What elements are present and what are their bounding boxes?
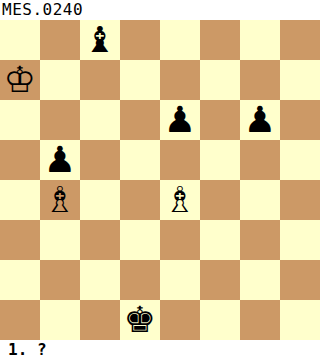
square-h4[interactable] xyxy=(280,180,320,220)
square-g7[interactable] xyxy=(240,60,280,100)
square-c4[interactable] xyxy=(80,180,120,220)
square-f6[interactable] xyxy=(200,100,240,140)
square-h2[interactable] xyxy=(280,260,320,300)
square-f4[interactable] xyxy=(200,180,240,220)
square-h6[interactable] xyxy=(280,100,320,140)
square-d8[interactable] xyxy=(120,20,160,60)
square-c7[interactable] xyxy=(80,60,120,100)
square-a6[interactable] xyxy=(0,100,40,140)
square-d7[interactable] xyxy=(120,60,160,100)
black-pawn: ♟ xyxy=(44,140,76,180)
square-g4[interactable] xyxy=(240,180,280,220)
square-c1[interactable] xyxy=(80,300,120,340)
white-bishop: ♗ xyxy=(164,180,196,220)
square-e1[interactable] xyxy=(160,300,200,340)
white-king: ♔ xyxy=(4,60,36,100)
puzzle-title-bar: MES.0240 xyxy=(0,0,320,20)
move-prompt-bar: 1. ? xyxy=(0,340,320,360)
square-a7[interactable]: ♔ xyxy=(0,60,40,100)
square-b1[interactable] xyxy=(40,300,80,340)
move-prompt-label: 1. ? xyxy=(0,340,47,360)
square-e8[interactable] xyxy=(160,20,200,60)
square-a3[interactable] xyxy=(0,220,40,260)
chess-board: ♝♔♟♟♟♗♗♚ xyxy=(0,20,320,340)
square-d2[interactable] xyxy=(120,260,160,300)
square-g8[interactable] xyxy=(240,20,280,60)
square-c5[interactable] xyxy=(80,140,120,180)
black-bishop: ♝ xyxy=(84,20,116,60)
square-f2[interactable] xyxy=(200,260,240,300)
white-bishop: ♗ xyxy=(44,180,76,220)
black-pawn: ♟ xyxy=(244,100,276,140)
square-b7[interactable] xyxy=(40,60,80,100)
square-d5[interactable] xyxy=(120,140,160,180)
square-f7[interactable] xyxy=(200,60,240,100)
square-a1[interactable] xyxy=(0,300,40,340)
square-f8[interactable] xyxy=(200,20,240,60)
square-h3[interactable] xyxy=(280,220,320,260)
square-d6[interactable] xyxy=(120,100,160,140)
chess-puzzle-window: MES.0240 ♝♔♟♟♟♗♗♚ 1. ? xyxy=(0,0,320,360)
square-a5[interactable] xyxy=(0,140,40,180)
square-e7[interactable] xyxy=(160,60,200,100)
square-b4[interactable]: ♗ xyxy=(40,180,80,220)
puzzle-id-label: MES.0240 xyxy=(0,0,83,20)
square-g3[interactable] xyxy=(240,220,280,260)
square-c6[interactable] xyxy=(80,100,120,140)
square-e3[interactable] xyxy=(160,220,200,260)
black-king: ♚ xyxy=(124,300,156,340)
square-e2[interactable] xyxy=(160,260,200,300)
square-g1[interactable] xyxy=(240,300,280,340)
square-g6[interactable]: ♟ xyxy=(240,100,280,140)
square-b2[interactable] xyxy=(40,260,80,300)
square-e5[interactable] xyxy=(160,140,200,180)
square-d4[interactable] xyxy=(120,180,160,220)
square-c2[interactable] xyxy=(80,260,120,300)
square-e4[interactable]: ♗ xyxy=(160,180,200,220)
square-h7[interactable] xyxy=(280,60,320,100)
square-c8[interactable]: ♝ xyxy=(80,20,120,60)
square-e6[interactable]: ♟ xyxy=(160,100,200,140)
square-f1[interactable] xyxy=(200,300,240,340)
square-d1[interactable]: ♚ xyxy=(120,300,160,340)
square-h8[interactable] xyxy=(280,20,320,60)
black-pawn: ♟ xyxy=(164,100,196,140)
square-b5[interactable]: ♟ xyxy=(40,140,80,180)
square-h5[interactable] xyxy=(280,140,320,180)
square-a8[interactable] xyxy=(0,20,40,60)
square-c3[interactable] xyxy=(80,220,120,260)
square-a2[interactable] xyxy=(0,260,40,300)
square-g2[interactable] xyxy=(240,260,280,300)
square-b3[interactable] xyxy=(40,220,80,260)
square-a4[interactable] xyxy=(0,180,40,220)
square-g5[interactable] xyxy=(240,140,280,180)
square-f3[interactable] xyxy=(200,220,240,260)
square-d3[interactable] xyxy=(120,220,160,260)
square-h1[interactable] xyxy=(280,300,320,340)
square-b8[interactable] xyxy=(40,20,80,60)
square-b6[interactable] xyxy=(40,100,80,140)
square-f5[interactable] xyxy=(200,140,240,180)
